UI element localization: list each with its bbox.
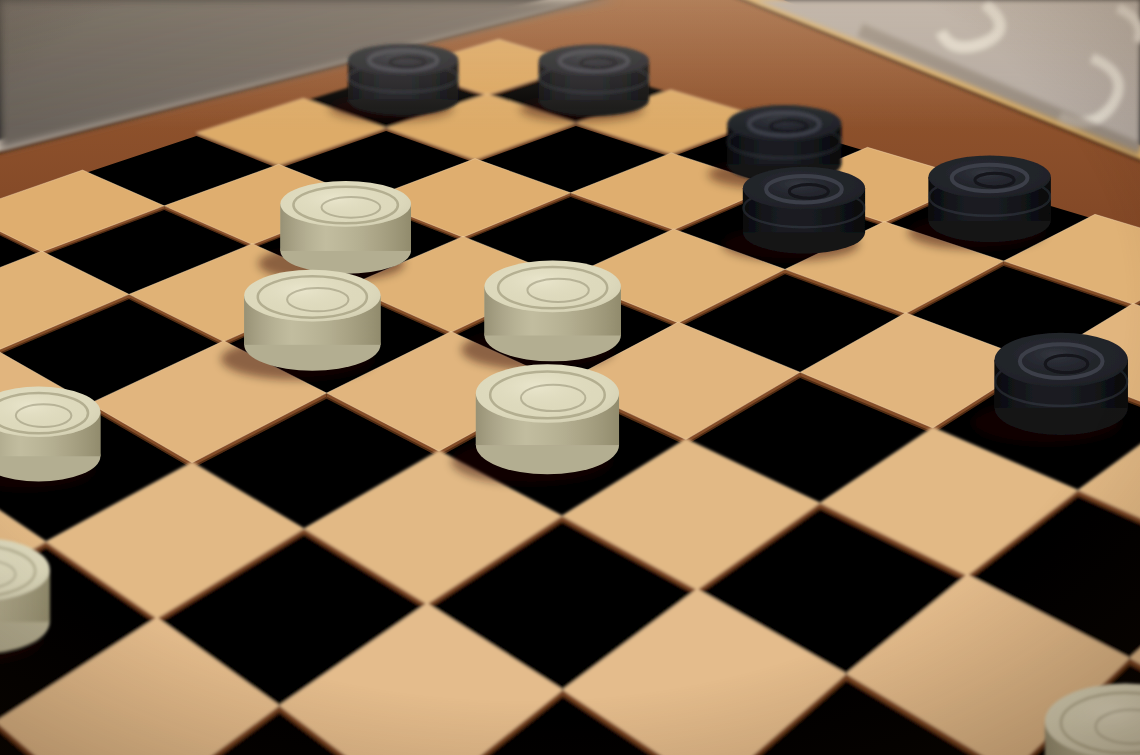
board-scene <box>0 0 1140 755</box>
vignette-overlay <box>0 0 1140 755</box>
checkers-board-photo: Wooden checkers (draughts) board with bl… <box>0 0 1140 755</box>
